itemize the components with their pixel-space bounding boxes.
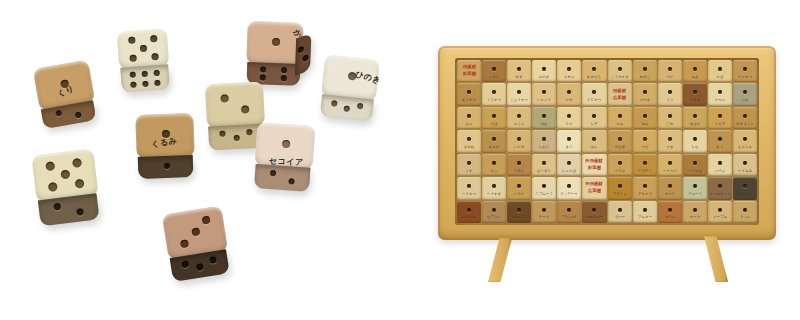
wood-cube: あすなろ bbox=[582, 60, 606, 82]
wood-cube: にれ bbox=[658, 107, 682, 129]
wood-cube: きり bbox=[557, 130, 581, 152]
cube-wood-name: かえで bbox=[714, 121, 725, 126]
pip bbox=[618, 208, 622, 212]
wood-cube: サペリ bbox=[658, 177, 682, 199]
cube-wood-name: あさだ bbox=[489, 144, 500, 149]
pip bbox=[592, 137, 596, 141]
wood-cube: けやき bbox=[633, 83, 657, 105]
cube-wood-name: カリン bbox=[664, 214, 675, 219]
pip bbox=[743, 114, 747, 118]
wood-cube: あさだ bbox=[482, 130, 506, 152]
pip bbox=[718, 67, 722, 71]
cube-wood-name: にれ bbox=[666, 121, 673, 126]
pip bbox=[693, 161, 697, 165]
pip bbox=[151, 53, 158, 60]
section-header-cube: 外国産材広葉樹 bbox=[582, 177, 606, 199]
pip bbox=[142, 70, 148, 76]
pip bbox=[209, 256, 217, 264]
wood-cube: とち bbox=[557, 107, 581, 129]
cube-wood-name: とどまつ bbox=[587, 97, 601, 102]
wood-cube: ひば bbox=[708, 60, 732, 82]
pip bbox=[289, 178, 295, 184]
pip bbox=[542, 90, 546, 94]
pip bbox=[517, 137, 521, 141]
pip bbox=[303, 54, 309, 62]
die-cream-5 bbox=[31, 148, 98, 202]
cube-wood-name: ベイもみ bbox=[738, 168, 752, 173]
cube-wood-name: いたや bbox=[514, 144, 525, 149]
wood-cube: いたや bbox=[507, 130, 531, 152]
wood-cube: きはだ bbox=[683, 107, 707, 129]
wood-cube: ゼブラノ bbox=[482, 201, 506, 223]
wood-cube: カリン bbox=[658, 201, 682, 223]
wood-cube: ごようまつ bbox=[507, 83, 531, 105]
section-header-text: 外国産材針葉樹 bbox=[582, 154, 606, 176]
die-kurumi: くるみ bbox=[135, 113, 195, 159]
wood-cube: かや bbox=[557, 83, 581, 105]
wood-cube: かば bbox=[482, 107, 506, 129]
pip bbox=[693, 184, 697, 188]
section-header-line: 針葉樹 bbox=[463, 73, 476, 77]
pip bbox=[130, 81, 136, 87]
pip bbox=[130, 71, 136, 77]
cube-wood-name: ベイすぎ bbox=[487, 191, 501, 196]
wood-cube: かえで bbox=[708, 107, 732, 129]
pip bbox=[592, 208, 596, 212]
wood-cube: うるし bbox=[507, 154, 531, 176]
pip bbox=[517, 161, 521, 165]
cube-wood-name: すぎ bbox=[516, 74, 523, 79]
pip bbox=[54, 203, 62, 211]
die-top-face bbox=[205, 82, 265, 129]
pip bbox=[517, 114, 521, 118]
die-sequoia: セコイア bbox=[255, 122, 316, 170]
pip bbox=[48, 182, 58, 192]
wood-cube: なら bbox=[457, 107, 481, 129]
pip bbox=[233, 135, 239, 141]
cube-wood-name: もみ bbox=[691, 74, 698, 79]
wood-cube: はりぎり bbox=[532, 154, 556, 176]
pip bbox=[618, 184, 622, 188]
pip bbox=[150, 35, 157, 42]
pip bbox=[45, 161, 55, 171]
cube-wood-name: ラワン bbox=[740, 214, 751, 219]
pip bbox=[517, 67, 521, 71]
cube-wood-name: アサメラ bbox=[637, 191, 651, 196]
pip bbox=[668, 137, 672, 141]
die-wood-name: くり bbox=[56, 83, 76, 100]
pip bbox=[139, 45, 146, 52]
wood-cube: ねずこ bbox=[633, 60, 657, 82]
pip bbox=[643, 208, 647, 212]
cube-wood-name: あすなろ bbox=[587, 74, 601, 79]
section-header-cube: 外国産材針葉樹 bbox=[582, 154, 606, 176]
cube-wood-name: ひのき bbox=[539, 74, 550, 79]
pip bbox=[260, 66, 266, 72]
pip bbox=[693, 90, 697, 94]
wood-cube: ラジアータ bbox=[557, 177, 581, 199]
cube-wood-name: マホガニー bbox=[586, 214, 604, 219]
pip bbox=[180, 239, 189, 248]
cube-wood-name: けやき bbox=[639, 97, 650, 102]
section-header-cube: 国産材広葉樹 bbox=[608, 83, 632, 105]
cube-wood-name: パイン bbox=[714, 168, 725, 173]
wood-cube: ブビンガ bbox=[557, 201, 581, 223]
cube-wood-name: さくら bbox=[514, 121, 525, 126]
wood-cube: アガチス bbox=[633, 154, 657, 176]
cube-wood-name: アガチス bbox=[637, 168, 651, 173]
pip bbox=[542, 184, 546, 188]
cube-wood-name: いちょう bbox=[537, 97, 551, 102]
pip bbox=[202, 215, 211, 224]
cube-wood-name: アルダー bbox=[637, 214, 651, 219]
wood-cube: いちい bbox=[482, 60, 506, 82]
wood-cube: たぶ bbox=[482, 154, 506, 176]
wood-cube: しらかば bbox=[557, 154, 581, 176]
pip bbox=[142, 80, 148, 86]
pip bbox=[718, 137, 722, 141]
cube-wood-name: はん bbox=[591, 144, 598, 149]
pip bbox=[618, 114, 622, 118]
wood-cube: ほお bbox=[532, 107, 556, 129]
cube-wood-name: ごようまつ bbox=[510, 97, 528, 102]
cube-wood-name: アピトン bbox=[612, 191, 626, 196]
wood-cube: ローズ bbox=[507, 201, 531, 223]
pip bbox=[128, 37, 135, 44]
pip bbox=[181, 260, 189, 268]
wood-cube: むく bbox=[708, 130, 732, 152]
die-wood-name: くるみ bbox=[151, 135, 179, 150]
cube-wood-name: ねずこ bbox=[639, 74, 650, 79]
die-ivory-5 bbox=[117, 28, 170, 69]
cube-wood-name: メープル bbox=[713, 214, 727, 219]
pip bbox=[517, 208, 521, 212]
cube-wood-name: くろまつ bbox=[487, 97, 501, 102]
cube-wood-name: かば bbox=[491, 121, 498, 126]
wood-cube: いちょう bbox=[532, 83, 556, 105]
cube-wood-name: パドウク bbox=[462, 214, 476, 219]
wood-cube: ウェンジ bbox=[733, 177, 757, 199]
cube-wood-name: ラジアータ bbox=[560, 191, 578, 196]
pip bbox=[75, 112, 82, 119]
pip bbox=[743, 137, 747, 141]
pip bbox=[260, 74, 266, 80]
wood-cube: ぶな bbox=[733, 83, 757, 105]
section-header-line: 針葉樹 bbox=[588, 166, 601, 170]
die-wood-name: ひのき bbox=[354, 68, 382, 86]
cube-wood-name: いちい bbox=[489, 74, 500, 79]
pip bbox=[643, 184, 647, 188]
cube-wood-name: ひば bbox=[716, 74, 723, 79]
cube-wood-name: アユース bbox=[688, 191, 702, 196]
cube-wood-name: ベイつが bbox=[663, 168, 677, 173]
die-hinoki: ひのき bbox=[321, 54, 380, 102]
wood-cube: マホガニー bbox=[582, 201, 606, 223]
pip bbox=[75, 179, 85, 189]
wood-cube: アサメラ bbox=[633, 177, 657, 199]
pip bbox=[567, 114, 571, 118]
wood-cube: たも bbox=[608, 107, 632, 129]
wood-cube: ベイひ bbox=[608, 154, 632, 176]
pip bbox=[343, 106, 350, 113]
pip bbox=[567, 208, 571, 212]
wood-cube: ベイひば bbox=[683, 154, 707, 176]
pip bbox=[467, 184, 471, 188]
cube-wood-name: ローズ bbox=[514, 214, 525, 219]
pip bbox=[517, 184, 521, 188]
pip bbox=[718, 161, 722, 165]
pip bbox=[467, 114, 471, 118]
section-header-text: 国産材広葉樹 bbox=[608, 83, 632, 105]
pip bbox=[643, 114, 647, 118]
cube-wood-name: ウォルナット bbox=[709, 191, 730, 196]
cube-wood-name: つが bbox=[666, 74, 673, 79]
wood-cube: つが bbox=[658, 60, 682, 82]
pip bbox=[567, 161, 571, 165]
wood-cube: かつら bbox=[708, 83, 732, 105]
cube-wood-name: むく bbox=[716, 144, 723, 149]
cube-wood-name: くるみ bbox=[689, 97, 700, 102]
wood-cube: みずめ bbox=[457, 130, 481, 152]
pip bbox=[220, 94, 228, 102]
cube-wood-name: さわら bbox=[564, 74, 575, 79]
pip bbox=[668, 67, 672, 71]
pip bbox=[517, 90, 521, 94]
pip bbox=[542, 208, 546, 212]
pip bbox=[592, 90, 596, 94]
pip bbox=[492, 184, 496, 188]
wood-cube: さくら bbox=[507, 107, 531, 129]
pip bbox=[281, 75, 287, 81]
pip bbox=[492, 90, 496, 94]
cube-wood-name: ぶな bbox=[741, 97, 748, 102]
wood-cube: ウォルナット bbox=[708, 177, 732, 199]
tray-recess: 国産材針葉樹いちいすぎひのきさわらあすなろこうやまきねずこつがもみひばからまつあ… bbox=[455, 58, 759, 225]
pip bbox=[743, 90, 747, 94]
pip bbox=[668, 90, 672, 94]
cube-wood-name: ブビンガ bbox=[562, 214, 576, 219]
pip bbox=[492, 161, 496, 165]
cube-wood-name: はりぎり bbox=[537, 168, 551, 173]
wood-cube: やまざくら bbox=[733, 107, 757, 129]
pip bbox=[567, 90, 571, 94]
pip bbox=[693, 208, 697, 212]
wood-cube: くるみ bbox=[683, 83, 707, 105]
tray-leg-right bbox=[704, 236, 728, 282]
cube-wood-name: くり bbox=[666, 97, 673, 102]
cube-wood-name: あかまつ bbox=[462, 97, 476, 102]
product-photo: くりかつらひのきくるみセコイア 国産材針葉樹いちいすぎひのきさわらあすなろこうや… bbox=[0, 0, 800, 320]
pip bbox=[643, 161, 647, 165]
wood-cube: ベイつが bbox=[658, 154, 682, 176]
pip bbox=[542, 67, 546, 71]
wood-cube: とどまつ bbox=[582, 83, 606, 105]
cube-wood-name: からまつ bbox=[738, 74, 752, 79]
die-kuri: くり bbox=[33, 59, 96, 111]
tray-frame: 国産材針葉樹いちいすぎひのきさわらあすなろこうやまきねずこつがもみひばからまつあ… bbox=[438, 46, 776, 240]
display-tray: 国産材針葉樹いちいすぎひのきさわらあすなろこうやまきねずこつがもみひばからまつあ… bbox=[438, 46, 776, 288]
section-header-line: 国産材 bbox=[613, 89, 626, 93]
pip bbox=[643, 67, 647, 71]
cube-wood-name: きはだ bbox=[689, 121, 700, 126]
wood-cube: パラナ bbox=[507, 177, 531, 199]
pip bbox=[241, 106, 249, 114]
cube-wood-name: かき bbox=[666, 144, 673, 149]
pip bbox=[129, 54, 136, 61]
pip bbox=[592, 67, 596, 71]
section-header-text: 国産材針葉樹 bbox=[457, 60, 481, 82]
pip bbox=[618, 161, 622, 165]
pip bbox=[55, 110, 62, 117]
pip bbox=[643, 90, 647, 94]
pip bbox=[492, 137, 496, 141]
pip bbox=[467, 208, 471, 212]
pip bbox=[492, 208, 496, 212]
pip bbox=[60, 170, 70, 180]
pip bbox=[542, 114, 546, 118]
pip bbox=[693, 137, 697, 141]
wood-cube: アルダー bbox=[633, 201, 657, 223]
wood-cube: もみ bbox=[683, 60, 707, 82]
pip bbox=[718, 184, 722, 188]
pip bbox=[542, 137, 546, 141]
wood-cube: オーク bbox=[683, 201, 707, 223]
pip bbox=[297, 45, 303, 53]
pip bbox=[567, 184, 571, 188]
cube-wood-name: オーク bbox=[689, 214, 700, 219]
wood-cube: チーク bbox=[532, 201, 556, 223]
wood-cube: アピトン bbox=[608, 177, 632, 199]
pip bbox=[668, 184, 672, 188]
pip bbox=[269, 170, 275, 176]
pip bbox=[718, 90, 722, 94]
die-right-face bbox=[295, 34, 311, 76]
pip bbox=[668, 208, 672, 212]
pip bbox=[191, 227, 200, 236]
wood-cube: やなぎ bbox=[608, 130, 632, 152]
die-top-face: くるみ bbox=[135, 113, 195, 159]
pip bbox=[76, 208, 84, 216]
cube-wood-name: かや bbox=[566, 97, 573, 102]
die-front-face bbox=[138, 155, 194, 179]
wood-cube: しで bbox=[582, 107, 606, 129]
tray-grid: 国産材針葉樹いちいすぎひのきさわらあすなろこうやまきねずこつがもみひばからまつあ… bbox=[457, 60, 757, 223]
pip bbox=[743, 67, 747, 71]
pip bbox=[72, 158, 82, 168]
cube-wood-name: なら bbox=[465, 121, 472, 126]
wood-cube: ラバー bbox=[608, 201, 632, 223]
pip bbox=[567, 137, 571, 141]
cube-wood-name: チーク bbox=[539, 214, 550, 219]
pip bbox=[618, 67, 622, 71]
pip bbox=[331, 100, 338, 107]
cube-wood-name: ベイまつ bbox=[462, 191, 476, 196]
die-katsura: かつら bbox=[246, 21, 303, 66]
wood-cube: くす bbox=[457, 154, 481, 176]
section-header-line: 外国産材 bbox=[586, 183, 603, 187]
section-header-line: 国産材 bbox=[463, 66, 476, 70]
wood-cube: ラワン bbox=[733, 201, 757, 223]
pip bbox=[219, 131, 225, 137]
pip bbox=[618, 137, 622, 141]
die-top-face bbox=[117, 28, 170, 69]
pip bbox=[492, 67, 496, 71]
section-header-line: 外国産材 bbox=[586, 159, 603, 163]
die-front-face bbox=[320, 94, 374, 121]
wood-cube: えんじゅ bbox=[733, 130, 757, 152]
cube-wood-name: やまざくら bbox=[736, 121, 754, 126]
cube-wood-name: パラナ bbox=[514, 191, 525, 196]
pip bbox=[567, 67, 571, 71]
wood-cube: パイン bbox=[708, 154, 732, 176]
pip bbox=[743, 161, 747, 165]
pip bbox=[154, 79, 160, 85]
pip bbox=[272, 38, 280, 46]
cube-wood-name: スプルース bbox=[535, 191, 553, 196]
wood-cube: はん bbox=[582, 130, 606, 152]
pip bbox=[164, 163, 170, 169]
wood-cube: くろまつ bbox=[482, 83, 506, 105]
pip bbox=[743, 184, 747, 188]
wood-cube: しな bbox=[683, 130, 707, 152]
wood-cube: ベイすぎ bbox=[482, 177, 506, 199]
pip bbox=[693, 114, 697, 118]
pip bbox=[247, 130, 253, 136]
cube-wood-name: みずめ bbox=[464, 144, 475, 149]
die-front-face bbox=[254, 164, 311, 192]
cube-wood-name: せん bbox=[641, 121, 648, 126]
wood-cube: さわら bbox=[557, 60, 581, 82]
cube-wood-name: しで bbox=[591, 121, 598, 126]
pip bbox=[467, 161, 471, 165]
wood-cube: つげ bbox=[633, 130, 657, 152]
cube-wood-name: ほお bbox=[541, 121, 548, 126]
pip bbox=[492, 114, 496, 118]
die-front-face bbox=[38, 193, 100, 226]
wood-cube: しおじ bbox=[532, 130, 556, 152]
cube-wood-name: サペリ bbox=[664, 191, 675, 196]
pip bbox=[196, 263, 204, 271]
cube-wood-name: つげ bbox=[641, 144, 648, 149]
pip bbox=[153, 69, 159, 75]
pip bbox=[542, 161, 546, 165]
cube-wood-name: しおじ bbox=[539, 144, 550, 149]
pip bbox=[743, 208, 747, 212]
section-header-cube: 国産材針葉樹 bbox=[457, 60, 481, 82]
section-header-line: 広葉樹 bbox=[613, 96, 626, 100]
pip bbox=[668, 114, 672, 118]
cube-wood-name: ラバー bbox=[614, 214, 625, 219]
pip bbox=[718, 208, 722, 212]
section-header-line: 広葉樹 bbox=[588, 190, 601, 194]
cube-wood-name: ベイひば bbox=[688, 168, 702, 173]
wood-cube: スプルース bbox=[532, 177, 556, 199]
cube-wood-name: ベイひ bbox=[614, 168, 625, 173]
cube-wood-name: とち bbox=[566, 121, 573, 126]
wood-cube: ひのき bbox=[532, 60, 556, 82]
cube-wood-name: きり bbox=[566, 144, 573, 149]
wood-cube: かき bbox=[658, 130, 682, 152]
pip bbox=[281, 67, 287, 73]
wood-cube: パドウク bbox=[457, 201, 481, 223]
die-brown-3 bbox=[162, 206, 228, 261]
cube-wood-name: やなぎ bbox=[614, 144, 625, 149]
pip bbox=[718, 114, 722, 118]
pip bbox=[467, 137, 471, 141]
die-ridged bbox=[205, 82, 265, 129]
pip bbox=[357, 103, 364, 110]
pip bbox=[643, 137, 647, 141]
